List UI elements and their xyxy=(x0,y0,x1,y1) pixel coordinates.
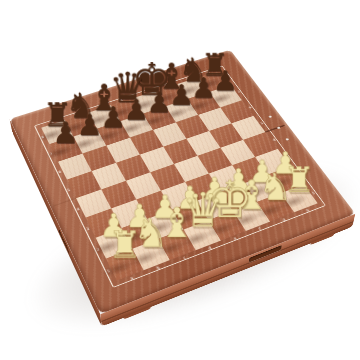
square-b5[interactable] xyxy=(92,163,126,190)
scene-3d: abcdefgh abcdefgh 87654321 87654321 ♜♞♝♛… xyxy=(0,0,360,360)
black-pawn-a7[interactable]: ♟ xyxy=(47,118,84,148)
photo-canvas: abcdefgh abcdefgh 87654321 87654321 ♜♞♝♛… xyxy=(0,0,360,360)
square-g6[interactable] xyxy=(198,107,231,131)
square-g5[interactable] xyxy=(209,123,243,147)
hinge-pin xyxy=(268,115,272,118)
white-rook-a1[interactable]: ♜ xyxy=(104,226,146,264)
square-e6[interactable] xyxy=(153,122,186,146)
hinge-pin xyxy=(285,138,289,141)
square-a7[interactable]: ♟ xyxy=(50,136,83,161)
